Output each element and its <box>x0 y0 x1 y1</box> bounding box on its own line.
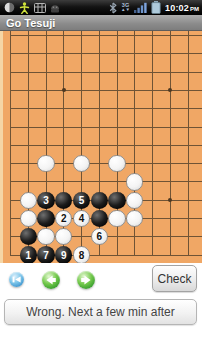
black-stone <box>91 210 108 227</box>
white-stone: 6 <box>91 228 108 245</box>
move-number: 3 <box>43 195 49 206</box>
grid-line-horizontal <box>11 35 203 36</box>
white-stone <box>126 173 143 190</box>
grid-line-horizontal <box>11 72 203 73</box>
white-stone <box>37 155 54 172</box>
mobile-data-3g-icon: 3G ▲▼ <box>121 3 130 13</box>
grid-line-horizontal <box>11 90 203 91</box>
grid-line-horizontal <box>11 181 203 182</box>
move-number: 7 <box>43 250 49 261</box>
grid-line-horizontal <box>11 108 203 109</box>
grid-window-icon <box>34 3 46 13</box>
accessibility-icon <box>19 2 30 14</box>
black-stone: 1 <box>20 246 37 263</box>
white-stone <box>55 228 72 245</box>
black-stone <box>108 192 125 209</box>
move-number: 6 <box>96 231 102 242</box>
star-point <box>168 198 172 202</box>
previous-move-button[interactable] <box>42 271 60 289</box>
black-stone <box>37 210 54 227</box>
black-stone: 5 <box>73 192 90 209</box>
white-stone <box>20 210 37 227</box>
clock-time: 10:02 <box>165 3 189 13</box>
white-stone <box>37 228 54 245</box>
app-screen: 3G ▲▼ 10:02 PM Go Tesuji 3524 <box>0 0 202 359</box>
next-move-button[interactable] <box>77 271 95 289</box>
move-number: 8 <box>79 250 85 261</box>
move-number: 5 <box>79 195 85 206</box>
white-stone <box>108 155 125 172</box>
grid-line-vertical <box>152 31 153 256</box>
white-stone <box>20 192 37 209</box>
move-number: 4 <box>79 213 85 224</box>
white-stone <box>126 192 143 209</box>
go-board[interactable]: 352461798 <box>0 31 202 263</box>
star-point <box>168 88 172 92</box>
signal-bars-icon <box>134 2 147 13</box>
white-stone: 8 <box>73 246 90 263</box>
grid-line-vertical <box>10 31 11 256</box>
black-stone: 7 <box>37 246 54 263</box>
black-stone: 9 <box>55 246 72 263</box>
status-bar-right: 3G ▲▼ 10:02 PM <box>109 1 202 14</box>
data-arrows-icon: ▲▼ <box>121 8 130 13</box>
board-left-edge-highlight <box>0 31 3 263</box>
check-button[interactable]: Check <box>152 265 197 292</box>
status-bar-left <box>0 2 60 14</box>
grid-line-horizontal <box>11 145 203 146</box>
clock-meridiem: PM <box>190 6 199 12</box>
arrow-left-icon <box>42 271 60 289</box>
result-message-button[interactable]: Wrong. Next a few min after <box>4 299 197 325</box>
grid-line-horizontal <box>11 53 203 54</box>
black-stone: 3 <box>37 192 54 209</box>
white-stone <box>73 155 90 172</box>
app-title: Go Tesuji <box>0 17 55 29</box>
media-circle-icon <box>4 2 15 13</box>
white-stone <box>126 210 143 227</box>
move-number: 9 <box>61 250 67 261</box>
white-stone: 4 <box>73 210 90 227</box>
grid-line-vertical <box>170 31 171 256</box>
skip-to-start-button[interactable] <box>9 272 24 287</box>
white-stone <box>108 210 125 227</box>
black-stone <box>91 192 108 209</box>
grid-line-horizontal <box>11 127 203 128</box>
skip-to-start-icon <box>9 272 24 287</box>
arrow-right-icon <box>77 271 95 289</box>
black-stone <box>20 228 37 245</box>
bluetooth-icon <box>109 2 117 14</box>
black-stone <box>55 192 72 209</box>
star-point <box>62 88 66 92</box>
title-bar: Go Tesuji <box>0 15 202 31</box>
battery-icon <box>151 1 161 14</box>
status-bar: 3G ▲▼ 10:02 PM <box>0 0 202 15</box>
white-stone: 2 <box>55 210 72 227</box>
grid-line-vertical <box>188 31 189 256</box>
move-number: 2 <box>61 213 67 224</box>
android-robot-icon <box>50 3 60 13</box>
move-number: 1 <box>25 250 31 261</box>
